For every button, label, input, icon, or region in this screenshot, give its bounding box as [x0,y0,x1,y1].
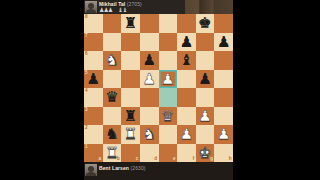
coord-file-f: f [193,157,195,162]
square-c3[interactable]: ♜ [121,107,140,126]
captured-white-bishops: ♝♝ [118,7,127,13]
square-b1[interactable]: b♜ [103,144,122,163]
square-h8[interactable] [214,14,233,33]
bottom-player-name-text: Bent Larsen [99,165,129,171]
coord-file-e: e [173,157,176,162]
square-e5[interactable]: ♟ [159,70,178,89]
white-pawn[interactable]: ♟ [159,70,178,89]
square-d2[interactable]: ♞ [140,125,159,144]
black-knight[interactable]: ♞ [103,125,122,144]
black-queen[interactable]: ♛ [103,88,122,107]
white-king[interactable]: ♚ [196,144,215,163]
square-a5[interactable]: 5♟ [84,70,103,89]
white-queen[interactable]: ♛ [159,107,178,126]
square-g4[interactable] [196,88,215,107]
black-pawn[interactable]: ♟ [84,70,103,89]
chess-board[interactable]: 8♜♚7♟♟6♞♟♝5♟♟♟♟4♛3♜♛♟2♞♜♞♟♟1ab♜cdefg♚h [84,14,233,162]
square-e4[interactable] [159,88,178,107]
square-a2[interactable]: 2 [84,125,103,144]
coord-file-d: d [154,157,157,162]
square-d1[interactable]: d [140,144,159,163]
coord-rank-1: 1 [85,145,88,150]
square-f7[interactable]: ♟ [177,33,196,52]
coord-file-c: c [136,157,139,162]
coord-rank-7: 7 [85,34,88,39]
square-h1[interactable]: h [214,144,233,163]
bottom-player-avatar [85,164,97,176]
letterbox-right [233,0,320,180]
square-g7[interactable] [196,33,215,52]
white-knight[interactable]: ♞ [140,125,159,144]
square-h3[interactable] [214,107,233,126]
white-pawn[interactable]: ♟ [196,107,215,126]
wood-table-texture [185,0,233,14]
square-d7[interactable] [140,33,159,52]
square-c4[interactable] [121,88,140,107]
square-b4[interactable]: ♛ [103,88,122,107]
top-player-bar: Mikhail Tal (2705) ♟♟♟ ♝♝ [84,0,233,14]
square-e3[interactable]: ♛ [159,107,178,126]
black-pawn[interactable]: ♟ [177,33,196,52]
square-b6[interactable]: ♞ [103,51,122,70]
square-d3[interactable] [140,107,159,126]
square-d8[interactable] [140,14,159,33]
captured-white-pawns: ♟♟♟ [99,7,112,13]
square-e7[interactable] [159,33,178,52]
white-pawn[interactable]: ♟ [140,70,159,89]
black-bishop[interactable]: ♝ [177,51,196,70]
white-knight[interactable]: ♞ [103,51,122,70]
coord-rank-3: 3 [85,108,88,113]
coord-rank-2: 2 [85,126,88,131]
square-g1[interactable]: g♚ [196,144,215,163]
square-f6[interactable]: ♝ [177,51,196,70]
video-frame: Mikhail Tal (2705) ♟♟♟ ♝♝ 8♜♚7♟♟6♞♟♝5♟♟♟… [0,0,320,180]
bottom-player-bar: Bent Larsen (2630) [84,162,233,180]
top-player-avatar [85,1,97,13]
white-pawn[interactable]: ♟ [214,125,233,144]
square-c6[interactable] [121,51,140,70]
square-g5[interactable]: ♟ [196,70,215,89]
square-a6[interactable]: 6 [84,51,103,70]
white-rook[interactable]: ♜ [121,125,140,144]
square-c5[interactable] [121,70,140,89]
white-pawn[interactable]: ♟ [177,125,196,144]
black-king[interactable]: ♚ [196,14,215,33]
coord-rank-4: 4 [85,89,88,94]
square-h7[interactable]: ♟ [214,33,233,52]
square-f5[interactable] [177,70,196,89]
square-h2[interactable]: ♟ [214,125,233,144]
black-pawn[interactable]: ♟ [196,70,215,89]
square-e6[interactable] [159,51,178,70]
coord-file-h: h [229,157,232,162]
square-e1[interactable]: e [159,144,178,163]
square-a3[interactable]: 3 [84,107,103,126]
black-rook[interactable]: ♜ [121,14,140,33]
square-f3[interactable] [177,107,196,126]
coord-rank-6: 6 [85,52,88,57]
captured-pieces-tray: ♟♟♟ ♝♝ [99,7,132,13]
square-g3[interactable]: ♟ [196,107,215,126]
square-f8[interactable] [177,14,196,33]
coord-rank-8: 8 [85,15,88,20]
square-a1[interactable]: 1a [84,144,103,163]
black-pawn[interactable]: ♟ [214,33,233,52]
letterbox-left [0,0,84,180]
square-a7[interactable]: 7 [84,33,103,52]
square-c7[interactable] [121,33,140,52]
square-e8[interactable] [159,14,178,33]
square-b3[interactable] [103,107,122,126]
square-g2[interactable] [196,125,215,144]
square-c2[interactable]: ♜ [121,125,140,144]
square-c1[interactable]: c [121,144,140,163]
coord-file-a: a [99,157,102,162]
square-d5[interactable]: ♟ [140,70,159,89]
square-b2[interactable]: ♞ [103,125,122,144]
square-c8[interactable]: ♜ [121,14,140,33]
square-d6[interactable]: ♟ [140,51,159,70]
square-h6[interactable] [214,51,233,70]
square-a8[interactable]: 8 [84,14,103,33]
bottom-player-name: Bent Larsen (2630) [99,165,146,171]
bottom-player-rating: (2630) [131,165,146,171]
white-rook[interactable]: ♜ [103,144,122,163]
square-g6[interactable] [196,51,215,70]
black-pawn[interactable]: ♟ [140,51,159,70]
square-f2[interactable]: ♟ [177,125,196,144]
square-f1[interactable]: f [177,144,196,163]
square-h5[interactable] [214,70,233,89]
square-b5[interactable] [103,70,122,89]
square-e2[interactable] [159,125,178,144]
square-b8[interactable] [103,14,122,33]
square-d4[interactable] [140,88,159,107]
square-a4[interactable]: 4 [84,88,103,107]
content-column: Mikhail Tal (2705) ♟♟♟ ♝♝ 8♜♚7♟♟6♞♟♝5♟♟♟… [84,0,233,180]
square-b7[interactable] [103,33,122,52]
black-rook[interactable]: ♜ [121,107,140,126]
square-h4[interactable] [214,88,233,107]
square-f4[interactable] [177,88,196,107]
square-g8[interactable]: ♚ [196,14,215,33]
